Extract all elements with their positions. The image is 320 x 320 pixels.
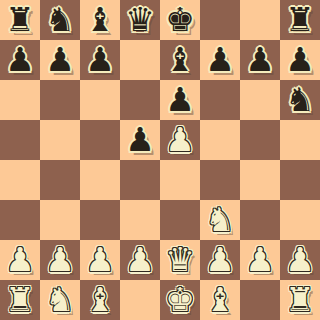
square-h7[interactable]: ♟	[280, 40, 320, 80]
square-h4[interactable]	[280, 160, 320, 200]
square-b1[interactable]: ♞	[40, 280, 80, 320]
piece-black-pawn[interactable]: ♟	[285, 40, 315, 80]
piece-black-bishop[interactable]: ♝	[165, 40, 195, 80]
piece-black-pawn[interactable]: ♟	[245, 40, 275, 80]
piece-white-queen[interactable]: ♛	[165, 240, 195, 280]
piece-white-pawn[interactable]: ♟	[205, 240, 235, 280]
square-d3[interactable]	[120, 200, 160, 240]
piece-white-pawn[interactable]: ♟	[285, 240, 315, 280]
square-b7[interactable]: ♟	[40, 40, 80, 80]
square-e7[interactable]: ♝	[160, 40, 200, 80]
square-f5[interactable]	[200, 120, 240, 160]
square-d1[interactable]	[120, 280, 160, 320]
square-a2[interactable]: ♟	[0, 240, 40, 280]
square-g8[interactable]	[240, 0, 280, 40]
piece-white-bishop[interactable]: ♝	[85, 280, 115, 320]
piece-black-king[interactable]: ♚	[165, 0, 195, 40]
square-h2[interactable]: ♟	[280, 240, 320, 280]
square-f8[interactable]	[200, 0, 240, 40]
chess-board: ♜♞♝♛♚♜♟♟♟♝♟♟♟♟♞♟♟♞♟♟♟♟♛♟♟♟♜♞♝♚♝♜	[0, 0, 320, 320]
piece-black-pawn[interactable]: ♟	[125, 120, 155, 160]
square-e6[interactable]: ♟	[160, 80, 200, 120]
square-d8[interactable]: ♛	[120, 0, 160, 40]
piece-white-knight[interactable]: ♞	[45, 280, 75, 320]
square-b3[interactable]	[40, 200, 80, 240]
square-c7[interactable]: ♟	[80, 40, 120, 80]
square-e8[interactable]: ♚	[160, 0, 200, 40]
piece-black-queen[interactable]: ♛	[125, 0, 155, 40]
square-e2[interactable]: ♛	[160, 240, 200, 280]
piece-black-rook[interactable]: ♜	[285, 0, 315, 40]
square-a1[interactable]: ♜	[0, 280, 40, 320]
piece-white-rook[interactable]: ♜	[5, 280, 35, 320]
square-f2[interactable]: ♟	[200, 240, 240, 280]
square-a5[interactable]	[0, 120, 40, 160]
piece-black-pawn[interactable]: ♟	[165, 80, 195, 120]
square-b8[interactable]: ♞	[40, 0, 80, 40]
square-d6[interactable]	[120, 80, 160, 120]
square-g2[interactable]: ♟	[240, 240, 280, 280]
piece-black-knight[interactable]: ♞	[45, 0, 75, 40]
square-b2[interactable]: ♟	[40, 240, 80, 280]
square-c6[interactable]	[80, 80, 120, 120]
piece-black-bishop[interactable]: ♝	[85, 0, 115, 40]
piece-white-pawn[interactable]: ♟	[85, 240, 115, 280]
square-d5[interactable]: ♟	[120, 120, 160, 160]
piece-white-pawn[interactable]: ♟	[165, 120, 195, 160]
square-f1[interactable]: ♝	[200, 280, 240, 320]
square-h5[interactable]	[280, 120, 320, 160]
square-c1[interactable]: ♝	[80, 280, 120, 320]
square-a6[interactable]	[0, 80, 40, 120]
square-b5[interactable]	[40, 120, 80, 160]
square-g6[interactable]	[240, 80, 280, 120]
piece-white-knight[interactable]: ♞	[205, 200, 235, 240]
square-g4[interactable]	[240, 160, 280, 200]
square-e5[interactable]: ♟	[160, 120, 200, 160]
piece-white-king[interactable]: ♚	[165, 280, 195, 320]
square-h3[interactable]	[280, 200, 320, 240]
piece-black-knight[interactable]: ♞	[285, 80, 315, 120]
piece-white-pawn[interactable]: ♟	[45, 240, 75, 280]
square-g7[interactable]: ♟	[240, 40, 280, 80]
square-c2[interactable]: ♟	[80, 240, 120, 280]
square-a4[interactable]	[0, 160, 40, 200]
square-e4[interactable]	[160, 160, 200, 200]
square-f6[interactable]	[200, 80, 240, 120]
square-c4[interactable]	[80, 160, 120, 200]
square-b6[interactable]	[40, 80, 80, 120]
piece-black-pawn[interactable]: ♟	[85, 40, 115, 80]
square-c3[interactable]	[80, 200, 120, 240]
square-g1[interactable]	[240, 280, 280, 320]
square-d4[interactable]	[120, 160, 160, 200]
square-f4[interactable]	[200, 160, 240, 200]
square-e3[interactable]	[160, 200, 200, 240]
piece-white-rook[interactable]: ♜	[285, 280, 315, 320]
piece-white-pawn[interactable]: ♟	[245, 240, 275, 280]
piece-black-pawn[interactable]: ♟	[5, 40, 35, 80]
square-c5[interactable]	[80, 120, 120, 160]
square-a8[interactable]: ♜	[0, 0, 40, 40]
square-g5[interactable]	[240, 120, 280, 160]
square-h8[interactable]: ♜	[280, 0, 320, 40]
square-d7[interactable]	[120, 40, 160, 80]
piece-black-pawn[interactable]: ♟	[205, 40, 235, 80]
piece-black-pawn[interactable]: ♟	[45, 40, 75, 80]
piece-white-pawn[interactable]: ♟	[125, 240, 155, 280]
piece-white-pawn[interactable]: ♟	[5, 240, 35, 280]
square-a7[interactable]: ♟	[0, 40, 40, 80]
square-h1[interactable]: ♜	[280, 280, 320, 320]
square-e1[interactable]: ♚	[160, 280, 200, 320]
square-g3[interactable]	[240, 200, 280, 240]
piece-white-bishop[interactable]: ♝	[205, 280, 235, 320]
square-f7[interactable]: ♟	[200, 40, 240, 80]
square-b4[interactable]	[40, 160, 80, 200]
piece-black-rook[interactable]: ♜	[5, 0, 35, 40]
square-h6[interactable]: ♞	[280, 80, 320, 120]
square-f3[interactable]: ♞	[200, 200, 240, 240]
square-d2[interactable]: ♟	[120, 240, 160, 280]
square-c8[interactable]: ♝	[80, 0, 120, 40]
square-a3[interactable]	[0, 200, 40, 240]
